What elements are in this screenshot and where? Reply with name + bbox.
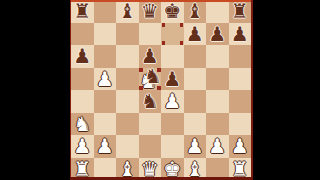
piece-black-pawn: ♟ <box>71 45 94 68</box>
move-highlight-corner-mark <box>162 41 166 45</box>
square-d2[interactable] <box>139 135 162 158</box>
square-f2[interactable]: ♟ <box>184 135 207 158</box>
piece-white-pawn: ♟ <box>161 90 184 113</box>
square-f4[interactable] <box>184 90 207 113</box>
square-h2[interactable]: ♟ <box>229 135 252 158</box>
piece-black-pawn: ♟ <box>206 23 229 46</box>
piece-white-knight: ♞ <box>71 113 94 136</box>
square-e5[interactable]: ♟ <box>161 68 184 91</box>
square-b2[interactable]: ♟ <box>94 135 117 158</box>
square-c2[interactable] <box>116 135 139 158</box>
piece-black-knight: ♞ <box>139 90 162 113</box>
board-border-right <box>251 0 253 180</box>
board-border-bottom <box>70 177 253 180</box>
move-highlight-corner-mark <box>139 68 143 72</box>
square-a3[interactable]: ♞ <box>71 113 94 136</box>
square-e4[interactable]: ♟ <box>161 90 184 113</box>
piece-black-rook: ♜ <box>229 0 252 23</box>
square-b8[interactable] <box>94 0 117 23</box>
square-f5[interactable] <box>184 68 207 91</box>
piece-white-pawn: ♟ <box>229 135 252 158</box>
square-a2[interactable]: ♟ <box>71 135 94 158</box>
square-h4[interactable] <box>229 90 252 113</box>
square-e7[interactable] <box>161 23 184 46</box>
piece-black-bishop: ♝ <box>184 0 207 23</box>
square-g6[interactable] <box>206 45 229 68</box>
square-c5[interactable] <box>116 68 139 91</box>
move-highlight-corner-mark <box>180 23 184 27</box>
square-g8[interactable] <box>206 0 229 23</box>
piece-white-pawn: ♟ <box>184 135 207 158</box>
square-d6[interactable]: ♟ <box>139 45 162 68</box>
square-d4[interactable]: ♞ <box>139 90 162 113</box>
square-b5[interactable]: ♟ <box>94 68 117 91</box>
square-c8[interactable]: ♝ <box>116 0 139 23</box>
square-h3[interactable] <box>229 113 252 136</box>
piece-white-pawn: ♟ <box>206 135 229 158</box>
piece-black-pawn: ♟ <box>161 68 184 91</box>
piece-black-king: ♚ <box>161 0 184 23</box>
square-d3[interactable] <box>139 113 162 136</box>
piece-white-pawn: ♟ <box>94 68 117 91</box>
move-highlight-corner-mark <box>157 86 161 90</box>
piece-black-queen: ♛ <box>139 0 162 23</box>
square-b7[interactable] <box>94 23 117 46</box>
square-f7[interactable]: ♟ <box>184 23 207 46</box>
square-a4[interactable] <box>71 90 94 113</box>
square-h7[interactable]: ♟ <box>229 23 252 46</box>
square-e3[interactable] <box>161 113 184 136</box>
move-highlight-corner-mark <box>162 23 166 27</box>
square-h8[interactable]: ♜ <box>229 0 252 23</box>
square-e8[interactable]: ♚ <box>161 0 184 23</box>
square-b4[interactable] <box>94 90 117 113</box>
piece-black-rook: ♜ <box>71 0 94 23</box>
letterbox-right <box>252 0 320 180</box>
square-h6[interactable] <box>229 45 252 68</box>
piece-black-pawn: ♟ <box>139 45 162 68</box>
square-h5[interactable] <box>229 68 252 91</box>
piece-black-bishop: ♝ <box>116 0 139 23</box>
video-frame: ♜♝♛♚♝♜♟♟♟♟♟♟♞♞♟♞♟♞♟♟♟♟♟♜♝♛♚♝♜ <box>0 0 320 180</box>
square-c4[interactable] <box>116 90 139 113</box>
square-f6[interactable] <box>184 45 207 68</box>
square-f3[interactable] <box>184 113 207 136</box>
square-b3[interactable] <box>94 113 117 136</box>
square-d5[interactable]: ♞♞ <box>139 68 162 91</box>
square-g4[interactable] <box>206 90 229 113</box>
square-g7[interactable]: ♟ <box>206 23 229 46</box>
square-c6[interactable] <box>116 45 139 68</box>
square-a6[interactable]: ♟ <box>71 45 94 68</box>
square-e6[interactable] <box>161 45 184 68</box>
square-f8[interactable]: ♝ <box>184 0 207 23</box>
square-d8[interactable]: ♛ <box>139 0 162 23</box>
letterbox-left <box>0 0 70 180</box>
square-c3[interactable] <box>116 113 139 136</box>
square-g5[interactable] <box>206 68 229 91</box>
square-d7[interactable] <box>139 23 162 46</box>
board-border-top <box>70 0 253 2</box>
move-highlight-corner-mark <box>180 41 184 45</box>
piece-white-pawn: ♟ <box>94 135 117 158</box>
piece-white-pawn: ♟ <box>71 135 94 158</box>
square-a7[interactable] <box>71 23 94 46</box>
square-a8[interactable]: ♜ <box>71 0 94 23</box>
square-c7[interactable] <box>116 23 139 46</box>
move-highlight-corner-mark <box>157 68 161 72</box>
board-border-left <box>70 0 72 180</box>
move-highlight-corner-mark <box>139 86 143 90</box>
chess-board: ♜♝♛♚♝♜♟♟♟♟♟♟♞♞♟♞♟♞♟♟♟♟♟♜♝♛♚♝♜ <box>71 0 251 180</box>
piece-black-pawn: ♟ <box>229 23 252 46</box>
piece-black-pawn: ♟ <box>184 23 207 46</box>
square-b6[interactable] <box>94 45 117 68</box>
square-e2[interactable] <box>161 135 184 158</box>
square-g3[interactable] <box>206 113 229 136</box>
square-g2[interactable]: ♟ <box>206 135 229 158</box>
square-a5[interactable] <box>71 68 94 91</box>
